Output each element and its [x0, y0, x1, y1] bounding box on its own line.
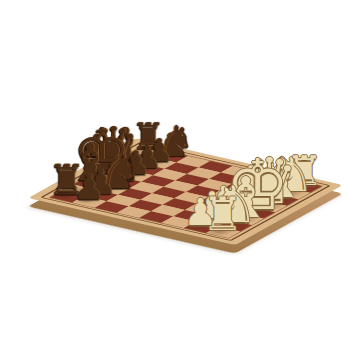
pieces-layer: ♜♟♞♟♝♟♛♟♚♟♟♝♜♟♟♞♞♟♟♜♝♟♟♛♟♚♟♝♟♞♟♜	[0, 0, 350, 350]
piece-black-pawn-h7[interactable]: ♟	[73, 171, 104, 206]
piece-white-rook-h1[interactable]: ♜	[202, 192, 243, 238]
chess-set-photo: ♜♟♞♟♝♟♛♟♚♟♟♝♜♟♟♞♞♟♟♜♝♟♟♛♟♚♟♝♟♞♟♜	[0, 0, 350, 350]
